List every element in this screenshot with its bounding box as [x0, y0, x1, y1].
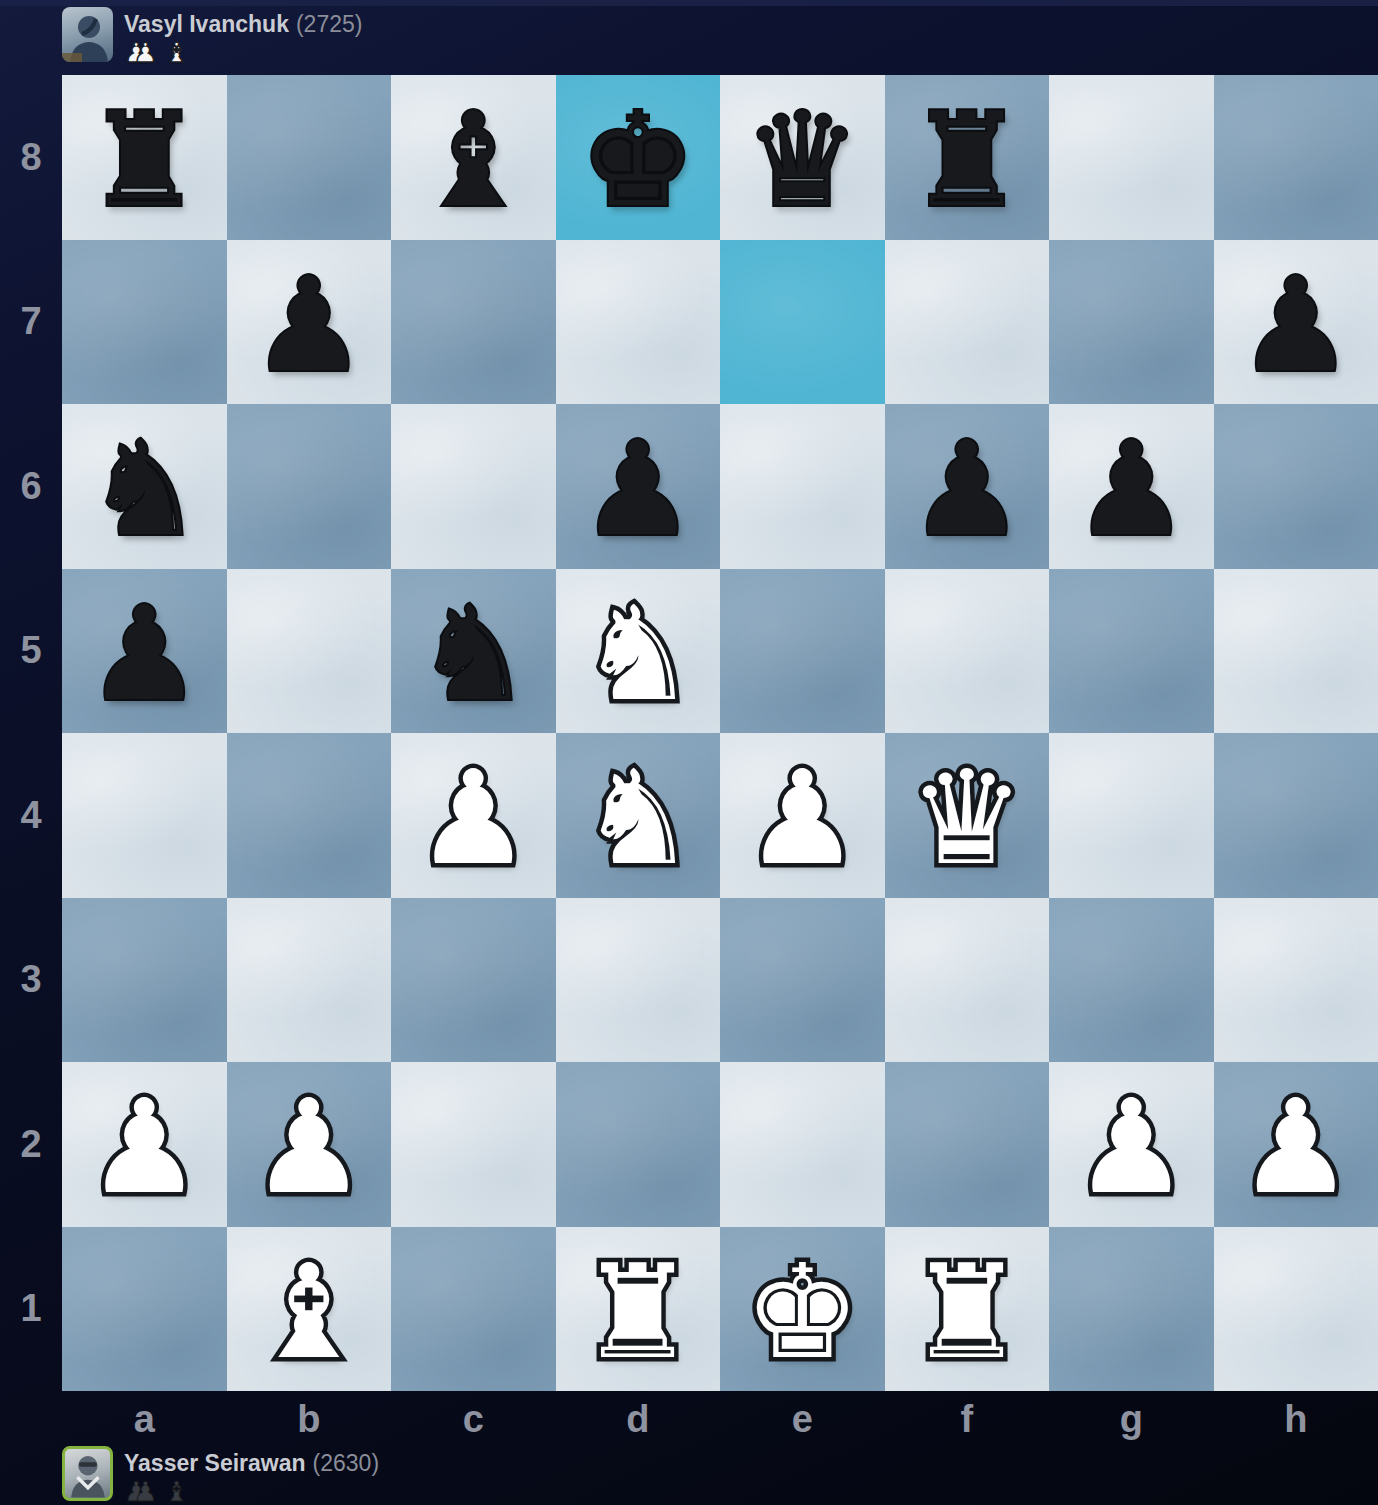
square-e6[interactable] [720, 404, 885, 569]
file-label-b: b [227, 1391, 392, 1447]
square-a5[interactable]: ♟♟ [62, 569, 227, 734]
bottom-player-name: Yasser Seirawan [124, 1450, 306, 1476]
square-c7[interactable] [391, 240, 556, 405]
black-pawn-a5[interactable]: ♟♟ [62, 569, 227, 734]
square-g4[interactable] [1049, 733, 1214, 898]
captured-black-bishop-icon: ♝ [164, 1478, 188, 1505]
square-f8[interactable]: ♜♜ [885, 75, 1050, 240]
square-c1[interactable] [391, 1227, 556, 1392]
square-h1[interactable] [1214, 1227, 1378, 1392]
piece-fill: ♟ [1214, 240, 1378, 405]
white-knight-d5[interactable]: ♞♞ [556, 569, 721, 734]
rank-label-5: 5 [0, 569, 62, 734]
piece-fill: ♟ [227, 240, 392, 405]
square-e2[interactable] [720, 1062, 885, 1227]
square-a4[interactable] [62, 733, 227, 898]
white-pawn-g2[interactable]: ♟♟ [1049, 1062, 1214, 1227]
piece-fill: ♚ [556, 75, 721, 240]
square-h4[interactable] [1214, 733, 1378, 898]
white-rook-f1[interactable]: ♜♜ [885, 1227, 1050, 1392]
square-c3[interactable] [391, 898, 556, 1063]
piece-fill: ♟ [1214, 1062, 1378, 1227]
piece-fill: ♟ [391, 733, 556, 898]
white-pawn-h2[interactable]: ♟♟ [1214, 1062, 1378, 1227]
piece-fill: ♟ [556, 404, 721, 569]
piece-fill: ♚ [720, 1227, 885, 1392]
square-b4[interactable] [227, 733, 392, 898]
square-b8[interactable] [227, 75, 392, 240]
square-b7[interactable]: ♟♟ [227, 240, 392, 405]
square-f4[interactable]: ♛♛ [885, 733, 1050, 898]
square-f3[interactable] [885, 898, 1050, 1063]
square-c4[interactable]: ♟♟ [391, 733, 556, 898]
square-g5[interactable] [1049, 569, 1214, 734]
white-pawn-b2[interactable]: ♟♟ [227, 1062, 392, 1227]
square-g3[interactable] [1049, 898, 1214, 1063]
black-queen-e8[interactable]: ♛♛ [720, 75, 885, 240]
square-d4[interactable]: ♞♞ [556, 733, 721, 898]
captured-white-bishop-icon: ♝ [164, 39, 188, 67]
piece-fill: ♜ [885, 75, 1050, 240]
piece-fill: ♟ [62, 569, 227, 734]
square-b3[interactable] [227, 898, 392, 1063]
square-f7[interactable] [885, 240, 1050, 405]
square-e7[interactable] [720, 240, 885, 405]
chess-board: ♜♜♝♝♚♚♛♛♜♜♟♟♟♟♞♞♟♟♟♟♟♟♟♟♞♞♞♞♟♟♞♞♟♟♛♛♟♟♟♟… [62, 75, 1378, 1391]
square-e4[interactable]: ♟♟ [720, 733, 885, 898]
square-g2[interactable]: ♟♟ [1049, 1062, 1214, 1227]
piece-fill: ♜ [885, 1227, 1050, 1392]
square-a8[interactable]: ♜♜ [62, 75, 227, 240]
rank-label-6: 6 [0, 404, 62, 569]
square-e5[interactable] [720, 569, 885, 734]
top-player-info: Vasyl Ivanchuk(2725) ♟♟♝ [124, 7, 362, 67]
bottom-player-rating: (2630) [313, 1450, 379, 1476]
square-a7[interactable] [62, 240, 227, 405]
piece-fill: ♛ [720, 75, 885, 240]
piece-fill: ♝ [227, 1227, 392, 1392]
piece-fill: ♛ [885, 733, 1050, 898]
white-queen-f4[interactable]: ♛♛ [885, 733, 1050, 898]
white-pawn-c4[interactable]: ♟♟ [391, 733, 556, 898]
square-d5[interactable]: ♞♞ [556, 569, 721, 734]
file-label-d: d [556, 1391, 721, 1447]
rank-label-1: 1 [0, 1227, 62, 1392]
square-f5[interactable] [885, 569, 1050, 734]
white-knight-d4[interactable]: ♞♞ [556, 733, 721, 898]
white-bishop-b1[interactable]: ♝♝ [227, 1227, 392, 1392]
square-b5[interactable] [227, 569, 392, 734]
square-h3[interactable] [1214, 898, 1378, 1063]
square-f2[interactable] [885, 1062, 1050, 1227]
square-g7[interactable] [1049, 240, 1214, 405]
top-player-photo-silhouette [62, 7, 113, 62]
file-label-a: a [62, 1391, 227, 1447]
black-bishop-c8[interactable]: ♝♝ [391, 75, 556, 240]
bottom-player-info: Yasser Seirawan(2630) ♟♟♝ [124, 1446, 379, 1505]
square-h7[interactable]: ♟♟ [1214, 240, 1378, 405]
square-c8[interactable]: ♝♝ [391, 75, 556, 240]
black-knight-a6[interactable]: ♞♞ [62, 404, 227, 569]
white-pawn-e4[interactable]: ♟♟ [720, 733, 885, 898]
rank-label-4: 4 [0, 733, 62, 898]
piece-fill: ♜ [62, 75, 227, 240]
square-g6[interactable]: ♟♟ [1049, 404, 1214, 569]
top-player-bar: Vasyl Ivanchuk(2725) ♟♟♝ [62, 7, 362, 67]
black-rook-f8[interactable]: ♜♜ [885, 75, 1050, 240]
square-c5[interactable]: ♞♞ [391, 569, 556, 734]
square-g8[interactable] [1049, 75, 1214, 240]
piece-fill: ♟ [227, 1062, 392, 1227]
bottom-player-bar: Yasser Seirawan(2630) ♟♟♝ [62, 1446, 379, 1505]
black-pawn-g6[interactable]: ♟♟ [1049, 404, 1214, 569]
piece-fill: ♟ [62, 1062, 227, 1227]
file-label-g: g [1049, 1391, 1214, 1447]
square-f6[interactable]: ♟♟ [885, 404, 1050, 569]
square-h2[interactable]: ♟♟ [1214, 1062, 1378, 1227]
square-e8[interactable]: ♛♛ [720, 75, 885, 240]
square-e3[interactable] [720, 898, 885, 1063]
rank-label-3: 3 [0, 898, 62, 1063]
black-pawn-d6[interactable]: ♟♟ [556, 404, 721, 569]
captured-black-pawn-icon: ♟ [133, 1478, 157, 1505]
square-h8[interactable] [1214, 75, 1378, 240]
piece-fill: ♟ [1049, 404, 1214, 569]
square-d8[interactable]: ♚♚ [556, 75, 721, 240]
bottom-player-photo-silhouette [65, 1449, 110, 1498]
rank-label-7: 7 [0, 240, 62, 405]
piece-fill: ♟ [1049, 1062, 1214, 1227]
square-d2[interactable] [556, 1062, 721, 1227]
piece-fill: ♟ [720, 733, 885, 898]
piece-fill: ♞ [391, 569, 556, 734]
file-label-c: c [391, 1391, 556, 1447]
white-rook-d1[interactable]: ♜♜ [556, 1227, 721, 1392]
square-c6[interactable] [391, 404, 556, 569]
square-f1[interactable]: ♜♜ [885, 1227, 1050, 1392]
file-labels: abcdefgh [62, 1391, 1378, 1447]
top-player-captured-pieces: ♟♟♝ [124, 39, 362, 67]
top-player-avatar[interactable] [62, 7, 113, 62]
white-king-e1[interactable]: ♚♚ [720, 1227, 885, 1392]
piece-fill: ♝ [391, 75, 556, 240]
piece-fill: ♞ [556, 733, 721, 898]
piece-fill: ♞ [556, 569, 721, 734]
rank-label-2: 2 [0, 1062, 62, 1227]
square-d3[interactable] [556, 898, 721, 1063]
square-a6[interactable]: ♞♞ [62, 404, 227, 569]
black-knight-c5[interactable]: ♞♞ [391, 569, 556, 734]
square-h6[interactable] [1214, 404, 1378, 569]
square-e1[interactable]: ♚♚ [720, 1227, 885, 1392]
top-player-name: Vasyl Ivanchuk [124, 11, 289, 37]
file-label-e: e [720, 1391, 885, 1447]
square-a1[interactable] [62, 1227, 227, 1392]
file-label-h: h [1214, 1391, 1378, 1447]
black-rook-a8[interactable]: ♜♜ [62, 75, 227, 240]
square-b2[interactable]: ♟♟ [227, 1062, 392, 1227]
square-d7[interactable] [556, 240, 721, 405]
file-label-f: f [885, 1391, 1050, 1447]
piece-fill: ♞ [62, 404, 227, 569]
black-pawn-h7[interactable]: ♟♟ [1214, 240, 1378, 405]
top-player-rating: (2725) [296, 11, 362, 37]
black-pawn-b7[interactable]: ♟♟ [227, 240, 392, 405]
square-b6[interactable] [227, 404, 392, 569]
square-g1[interactable] [1049, 1227, 1214, 1392]
square-h5[interactable] [1214, 569, 1378, 734]
square-a3[interactable] [62, 898, 227, 1063]
piece-fill: ♟ [885, 404, 1050, 569]
rank-label-8: 8 [0, 75, 62, 240]
square-c2[interactable] [391, 1062, 556, 1227]
rank-labels: 87654321 [0, 75, 62, 1391]
white-pawn-a2[interactable]: ♟♟ [62, 1062, 227, 1227]
captured-white-pawn-icon: ♟ [133, 39, 157, 67]
square-a2[interactable]: ♟♟ [62, 1062, 227, 1227]
black-pawn-f6[interactable]: ♟♟ [885, 404, 1050, 569]
black-king-d8[interactable]: ♚♚ [556, 75, 721, 240]
square-d6[interactable]: ♟♟ [556, 404, 721, 569]
piece-fill: ♜ [556, 1227, 721, 1392]
square-b1[interactable]: ♝♝ [227, 1227, 392, 1392]
square-d1[interactable]: ♜♜ [556, 1227, 721, 1392]
bottom-player-avatar[interactable] [62, 1446, 113, 1501]
bottom-player-captured-pieces: ♟♟♝ [124, 1478, 379, 1505]
